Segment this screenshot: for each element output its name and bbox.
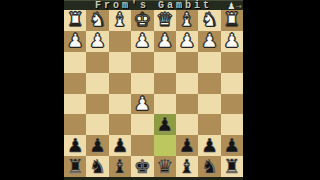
- white-pawn: ♟: [179, 30, 196, 50]
- square-g1[interactable]: ♞: [86, 10, 108, 31]
- square-c2[interactable]: ♟: [176, 31, 198, 52]
- square-g2[interactable]: ♟: [86, 31, 108, 52]
- white-pawn: ♟: [223, 30, 240, 50]
- square-b8[interactable]: ♞: [198, 156, 220, 177]
- white-pawn: ♟: [134, 30, 151, 50]
- square-g6[interactable]: [86, 114, 108, 135]
- square-g7[interactable]: ♟: [86, 135, 108, 156]
- square-a8[interactable]: ♜: [221, 156, 243, 177]
- square-b5[interactable]: [198, 94, 220, 115]
- square-c6[interactable]: [176, 114, 198, 135]
- square-f2[interactable]: [109, 31, 131, 52]
- square-b3[interactable]: [198, 52, 220, 73]
- square-d8[interactable]: ♛: [154, 156, 176, 177]
- square-f3[interactable]: [109, 52, 131, 73]
- square-b2[interactable]: ♟: [198, 31, 220, 52]
- square-d4[interactable]: [154, 73, 176, 94]
- square-f1[interactable]: ♝: [109, 10, 131, 31]
- square-a5[interactable]: [221, 94, 243, 115]
- square-g3[interactable]: [86, 52, 108, 73]
- black-rook: ♜: [67, 156, 84, 176]
- black-bishop: ♝: [179, 156, 196, 176]
- square-f7[interactable]: ♟: [109, 135, 131, 156]
- square-a4[interactable]: [221, 73, 243, 94]
- square-h4[interactable]: [64, 73, 86, 94]
- square-b6[interactable]: [198, 114, 220, 135]
- square-d3[interactable]: [154, 52, 176, 73]
- square-h2[interactable]: ♟: [64, 31, 86, 52]
- white-knight: ♞: [201, 9, 218, 29]
- black-bishop: ♝: [111, 156, 128, 176]
- square-e4[interactable]: [131, 73, 153, 94]
- black-pawn: ♟: [67, 135, 84, 155]
- white-pawn: ♟: [156, 30, 173, 50]
- square-e1[interactable]: ♚: [131, 10, 153, 31]
- square-a7[interactable]: ♟: [221, 135, 243, 156]
- white-pawn: ♟: [201, 30, 218, 50]
- square-d6[interactable]: ♟: [154, 114, 176, 135]
- white-rook: ♜: [67, 9, 84, 29]
- square-c1[interactable]: ♝: [176, 10, 198, 31]
- square-d7[interactable]: [154, 135, 176, 156]
- board-bottom-edge: [64, 177, 243, 180]
- black-pawn: ♟: [111, 135, 128, 155]
- white-pawn: ♟: [89, 30, 106, 50]
- square-g8[interactable]: ♞: [86, 156, 108, 177]
- black-rook: ♜: [223, 156, 240, 176]
- white-pawn: ♟: [134, 93, 151, 113]
- black-pawn: ♟: [201, 135, 218, 155]
- square-h5[interactable]: [64, 94, 86, 115]
- square-a1[interactable]: ♜: [221, 10, 243, 31]
- white-queen: ♛: [156, 9, 173, 29]
- black-pawn: ♟: [156, 114, 173, 134]
- square-d1[interactable]: ♛: [154, 10, 176, 31]
- square-e6[interactable]: [131, 114, 153, 135]
- square-g4[interactable]: [86, 73, 108, 94]
- black-king: ♚: [134, 156, 151, 176]
- square-d5[interactable]: [154, 94, 176, 115]
- black-knight: ♞: [89, 156, 106, 176]
- square-h8[interactable]: ♜: [64, 156, 86, 177]
- square-e3[interactable]: [131, 52, 153, 73]
- chess-app-window: From's Gambit ♟ → ♜♞♝♚♛♝♞♜♟♟♟♟♟♟♟♟♟♟♟♟♟♟…: [0, 0, 320, 180]
- chess-board: ♜♞♝♚♛♝♞♜♟♟♟♟♟♟♟♟♟♟♟♟♟♟♟♜♞♝♚♛♝♞♜: [64, 10, 243, 177]
- square-h3[interactable]: [64, 52, 86, 73]
- square-e7[interactable]: [131, 135, 153, 156]
- white-pawn: ♟: [67, 30, 84, 50]
- white-rook: ♜: [223, 9, 240, 29]
- white-bishop: ♝: [179, 9, 196, 29]
- square-c3[interactable]: [176, 52, 198, 73]
- square-h1[interactable]: ♜: [64, 10, 86, 31]
- square-h6[interactable]: [64, 114, 86, 135]
- square-f4[interactable]: [109, 73, 131, 94]
- square-b7[interactable]: ♟: [198, 135, 220, 156]
- square-e2[interactable]: ♟: [131, 31, 153, 52]
- black-knight: ♞: [201, 156, 218, 176]
- square-g5[interactable]: [86, 94, 108, 115]
- square-f6[interactable]: [109, 114, 131, 135]
- black-queen: ♛: [156, 156, 173, 176]
- square-e8[interactable]: ♚: [131, 156, 153, 177]
- right-letterbox: [243, 0, 320, 180]
- square-a6[interactable]: [221, 114, 243, 135]
- square-a3[interactable]: [221, 52, 243, 73]
- square-f8[interactable]: ♝: [109, 156, 131, 177]
- square-a2[interactable]: ♟: [221, 31, 243, 52]
- black-pawn: ♟: [89, 135, 106, 155]
- square-e5[interactable]: ♟: [131, 94, 153, 115]
- black-pawn: ♟: [223, 135, 240, 155]
- square-h7[interactable]: ♟: [64, 135, 86, 156]
- white-knight: ♞: [89, 9, 106, 29]
- square-c7[interactable]: ♟: [176, 135, 198, 156]
- black-pawn: ♟: [179, 135, 196, 155]
- square-d2[interactable]: ♟: [154, 31, 176, 52]
- square-b4[interactable]: [198, 73, 220, 94]
- square-c8[interactable]: ♝: [176, 156, 198, 177]
- white-bishop: ♝: [111, 9, 128, 29]
- square-c5[interactable]: [176, 94, 198, 115]
- left-letterbox: [0, 0, 64, 180]
- white-king: ♚: [134, 9, 151, 29]
- square-b1[interactable]: ♞: [198, 10, 220, 31]
- square-f5[interactable]: [109, 94, 131, 115]
- square-c4[interactable]: [176, 73, 198, 94]
